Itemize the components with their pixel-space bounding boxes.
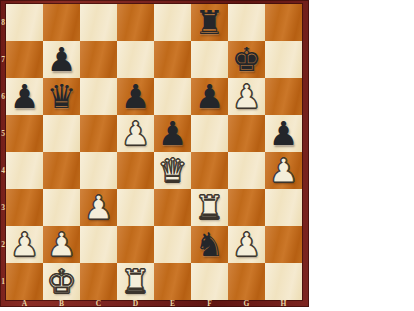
file-label-a: A [6, 300, 43, 307]
square-h6[interactable] [265, 78, 302, 115]
square-f6[interactable]: ♟ [191, 78, 228, 115]
square-h4[interactable]: ♟ [265, 152, 302, 189]
white-pawn-piece[interactable]: ♟ [84, 189, 114, 226]
square-h7[interactable] [265, 41, 302, 78]
square-c3[interactable]: ♟ [80, 189, 117, 226]
chess-board: ♜♟♚♟♛♟♟♟♟♟♟♛♟♟♜♟♟♞♟♚♜ [6, 4, 302, 300]
square-b5[interactable] [43, 115, 80, 152]
square-c7[interactable] [80, 41, 117, 78]
white-rook-piece[interactable]: ♜ [121, 263, 151, 300]
chess-board-frame: ♜♟♚♟♛♟♟♟♟♟♟♛♟♟♜♟♟♞♟♚♜ 87654321 ABCDEFGH [0, 0, 309, 307]
square-g4[interactable] [228, 152, 265, 189]
file-label-h: H [265, 300, 302, 307]
file-label-c: C [80, 300, 117, 307]
file-labels: ABCDEFGH [6, 300, 302, 307]
black-rook-piece[interactable]: ♜ [195, 4, 225, 41]
black-pawn-piece[interactable]: ♟ [269, 115, 299, 152]
square-d8[interactable] [117, 4, 154, 41]
square-b3[interactable] [43, 189, 80, 226]
square-g8[interactable] [228, 4, 265, 41]
square-e8[interactable] [154, 4, 191, 41]
file-label-e: E [154, 300, 191, 307]
square-e4[interactable]: ♛ [154, 152, 191, 189]
white-pawn-piece[interactable]: ♟ [121, 115, 151, 152]
white-pawn-piece[interactable]: ♟ [269, 152, 299, 189]
black-pawn-piece[interactable]: ♟ [10, 78, 40, 115]
rank-labels: 87654321 [0, 4, 6, 300]
square-d3[interactable] [117, 189, 154, 226]
square-a2[interactable]: ♟ [6, 226, 43, 263]
square-e2[interactable] [154, 226, 191, 263]
square-e6[interactable] [154, 78, 191, 115]
square-a5[interactable] [6, 115, 43, 152]
rank-label-6: 6 [0, 78, 6, 115]
rank-label-4: 4 [0, 152, 6, 189]
square-c4[interactable] [80, 152, 117, 189]
square-e7[interactable] [154, 41, 191, 78]
square-g6[interactable]: ♟ [228, 78, 265, 115]
square-f5[interactable] [191, 115, 228, 152]
square-d6[interactable]: ♟ [117, 78, 154, 115]
square-d5[interactable]: ♟ [117, 115, 154, 152]
square-e1[interactable] [154, 263, 191, 300]
square-a7[interactable] [6, 41, 43, 78]
white-king-piece[interactable]: ♚ [47, 263, 77, 300]
square-d4[interactable] [117, 152, 154, 189]
rank-label-8: 8 [0, 4, 6, 41]
black-queen-piece[interactable]: ♛ [47, 78, 77, 115]
white-pawn-piece[interactable]: ♟ [10, 226, 40, 263]
black-pawn-piece[interactable]: ♟ [47, 41, 77, 78]
square-c2[interactable] [80, 226, 117, 263]
square-b8[interactable] [43, 4, 80, 41]
white-pawn-piece[interactable]: ♟ [232, 78, 262, 115]
file-label-f: F [191, 300, 228, 307]
square-h2[interactable] [265, 226, 302, 263]
square-e3[interactable] [154, 189, 191, 226]
square-g2[interactable]: ♟ [228, 226, 265, 263]
black-pawn-piece[interactable]: ♟ [195, 78, 225, 115]
black-pawn-piece[interactable]: ♟ [158, 115, 188, 152]
square-b7[interactable]: ♟ [43, 41, 80, 78]
black-knight-piece[interactable]: ♞ [195, 226, 225, 263]
square-b2[interactable]: ♟ [43, 226, 80, 263]
square-g1[interactable] [228, 263, 265, 300]
square-a6[interactable]: ♟ [6, 78, 43, 115]
square-e5[interactable]: ♟ [154, 115, 191, 152]
white-pawn-piece[interactable]: ♟ [232, 226, 262, 263]
square-f7[interactable] [191, 41, 228, 78]
rank-label-3: 3 [0, 189, 6, 226]
white-rook-piece[interactable]: ♜ [195, 189, 225, 226]
black-pawn-piece[interactable]: ♟ [121, 78, 151, 115]
square-c8[interactable] [80, 4, 117, 41]
square-f3[interactable]: ♜ [191, 189, 228, 226]
square-h8[interactable] [265, 4, 302, 41]
square-b1[interactable]: ♚ [43, 263, 80, 300]
white-pawn-piece[interactable]: ♟ [47, 226, 77, 263]
white-queen-piece[interactable]: ♛ [158, 152, 188, 189]
square-f1[interactable] [191, 263, 228, 300]
square-a8[interactable] [6, 4, 43, 41]
black-king-piece[interactable]: ♚ [232, 41, 262, 78]
square-h1[interactable] [265, 263, 302, 300]
square-c5[interactable] [80, 115, 117, 152]
square-g7[interactable]: ♚ [228, 41, 265, 78]
square-c1[interactable] [80, 263, 117, 300]
square-b4[interactable] [43, 152, 80, 189]
square-d1[interactable]: ♜ [117, 263, 154, 300]
square-d2[interactable] [117, 226, 154, 263]
file-label-d: D [117, 300, 154, 307]
rank-label-5: 5 [0, 115, 6, 152]
file-label-b: B [43, 300, 80, 307]
square-f4[interactable] [191, 152, 228, 189]
square-a4[interactable] [6, 152, 43, 189]
square-c6[interactable] [80, 78, 117, 115]
square-a1[interactable] [6, 263, 43, 300]
square-d7[interactable] [117, 41, 154, 78]
rank-label-7: 7 [0, 41, 6, 78]
rank-label-1: 1 [0, 263, 6, 300]
square-a3[interactable] [6, 189, 43, 226]
square-h3[interactable] [265, 189, 302, 226]
square-f8[interactable]: ♜ [191, 4, 228, 41]
rank-label-2: 2 [0, 226, 6, 263]
square-f2[interactable]: ♞ [191, 226, 228, 263]
file-label-g: G [228, 300, 265, 307]
square-b6[interactable]: ♛ [43, 78, 80, 115]
square-g3[interactable] [228, 189, 265, 226]
square-g5[interactable] [228, 115, 265, 152]
page: ♜♟♚♟♛♟♟♟♟♟♟♛♟♟♜♟♟♞♟♚♜ 87654321 ABCDEFGH [0, 0, 414, 311]
square-h5[interactable]: ♟ [265, 115, 302, 152]
